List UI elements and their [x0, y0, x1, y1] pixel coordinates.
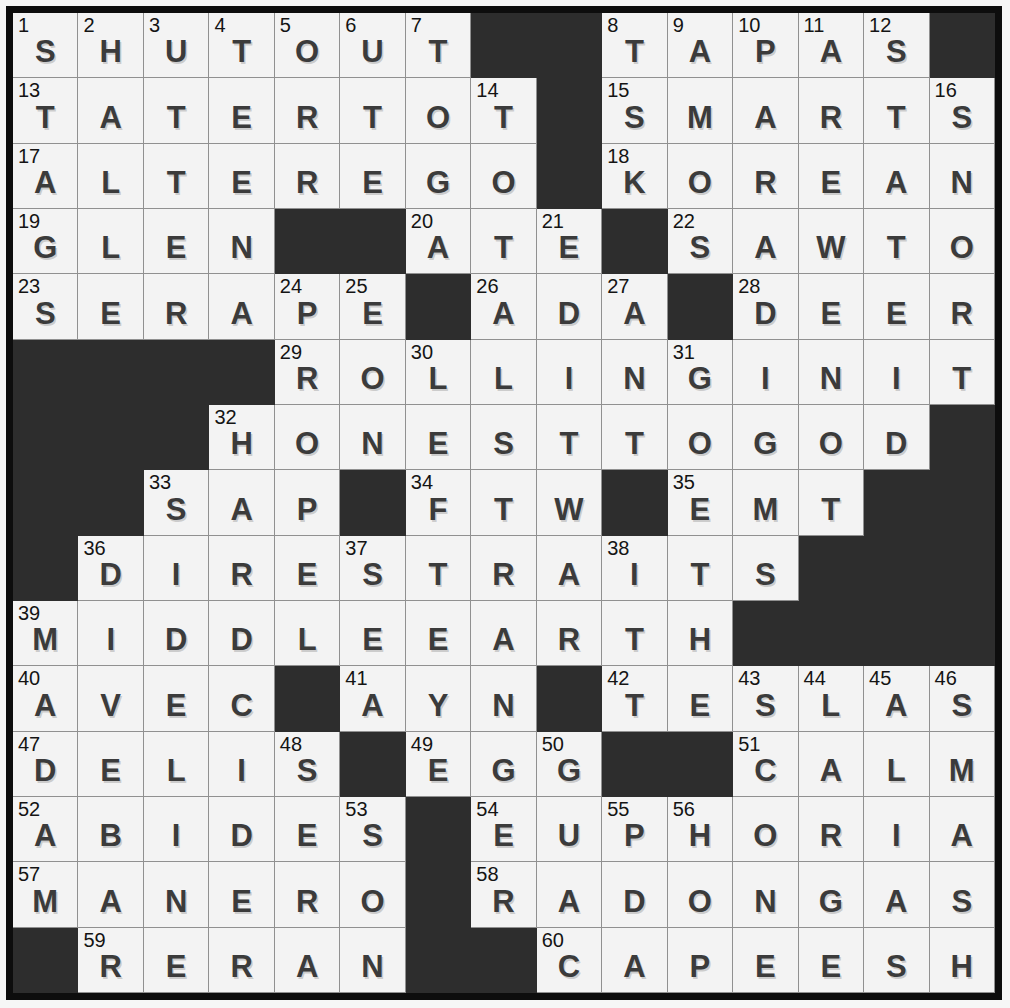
letter-cell[interactable]: E: [340, 144, 405, 209]
cell-letter: B: [78, 820, 142, 851]
letter-cell[interactable]: 28D: [733, 274, 798, 339]
cell-letter: T: [144, 102, 208, 133]
cell-letter: D: [537, 298, 601, 329]
letter-cell[interactable]: 43S: [733, 666, 798, 731]
black-cell: [537, 144, 602, 209]
cell-letter: I: [602, 559, 666, 590]
letter-cell[interactable]: A: [78, 862, 143, 927]
letter-cell[interactable]: R: [799, 78, 864, 143]
letter-cell[interactable]: L: [864, 732, 929, 797]
letter-cell[interactable]: 34F: [406, 470, 471, 535]
letter-cell[interactable]: R: [275, 862, 340, 927]
clue-number: 28: [738, 275, 760, 298]
letter-cell[interactable]: B: [78, 797, 143, 862]
letter-cell[interactable]: M: [930, 732, 995, 797]
letter-cell[interactable]: L: [275, 601, 340, 666]
letter-cell[interactable]: H: [930, 928, 995, 993]
letter-cell[interactable]: N: [799, 340, 864, 405]
letter-cell[interactable]: L: [78, 144, 143, 209]
letter-cell[interactable]: 58R: [471, 862, 536, 927]
letter-cell[interactable]: O: [406, 78, 471, 143]
letter-cell[interactable]: V: [78, 666, 143, 731]
clue-number: 2: [83, 14, 94, 37]
cell-letter: E: [668, 690, 732, 721]
letter-cell[interactable]: M: [668, 78, 733, 143]
letter-cell[interactable]: E: [209, 144, 274, 209]
letter-cell[interactable]: D: [209, 601, 274, 666]
clue-number: 8: [607, 14, 618, 37]
cell-letter: L: [78, 232, 142, 263]
cell-letter: N: [799, 363, 863, 394]
letter-cell[interactable]: 36D: [78, 536, 143, 601]
cell-letter: I: [144, 820, 208, 851]
black-cell: [930, 405, 995, 470]
letter-cell[interactable]: 23S: [13, 274, 78, 339]
cell-letter: P: [602, 820, 666, 851]
letter-cell[interactable]: 2H: [78, 13, 143, 78]
letter-cell[interactable]: T: [471, 209, 536, 274]
letter-cell[interactable]: W: [799, 209, 864, 274]
black-cell: [13, 340, 78, 405]
letter-cell[interactable]: 56H: [668, 797, 733, 862]
letter-cell[interactable]: T: [340, 78, 405, 143]
letter-cell[interactable]: N: [340, 405, 405, 470]
cell-letter: P: [733, 36, 797, 67]
letter-cell[interactable]: 53S: [340, 797, 405, 862]
letter-cell[interactable]: L: [144, 732, 209, 797]
cell-letter: T: [471, 494, 535, 525]
letter-cell[interactable]: D: [537, 274, 602, 339]
cell-letter: N: [340, 951, 404, 982]
cell-letter: G: [406, 167, 470, 198]
cell-letter: N: [930, 167, 994, 198]
cell-letter: S: [340, 559, 404, 590]
letter-cell[interactable]: 7T: [406, 13, 471, 78]
letter-cell[interactable]: R: [733, 144, 798, 209]
black-cell: [799, 536, 864, 601]
black-cell: [406, 274, 471, 339]
cell-letter: E: [78, 298, 142, 329]
cell-letter: O: [275, 36, 339, 67]
cell-letter: A: [78, 886, 142, 917]
letter-cell[interactable]: 47D: [13, 732, 78, 797]
letter-cell[interactable]: 18K: [602, 144, 667, 209]
letter-cell[interactable]: O: [275, 405, 340, 470]
letter-cell[interactable]: A: [209, 470, 274, 535]
letter-cell[interactable]: 57M: [13, 862, 78, 927]
cell-letter: R: [78, 951, 142, 982]
letter-cell[interactable]: P: [668, 928, 733, 993]
letter-cell[interactable]: A: [78, 78, 143, 143]
letter-cell[interactable]: T: [864, 209, 929, 274]
letter-cell[interactable]: N: [733, 862, 798, 927]
letter-cell[interactable]: E: [733, 928, 798, 993]
letter-cell[interactable]: 39M: [13, 601, 78, 666]
letter-cell[interactable]: 49E: [406, 732, 471, 797]
black-cell: [406, 797, 471, 862]
letter-cell[interactable]: P: [275, 470, 340, 535]
letter-cell[interactable]: O: [799, 405, 864, 470]
letter-cell[interactable]: E: [668, 666, 733, 731]
cell-letter: V: [78, 690, 142, 721]
letter-cell[interactable]: 21E: [537, 209, 602, 274]
letter-cell[interactable]: E: [144, 666, 209, 731]
letter-cell[interactable]: I: [209, 732, 274, 797]
letter-cell[interactable]: 41A: [340, 666, 405, 731]
letter-cell[interactable]: 11A: [799, 13, 864, 78]
letter-cell[interactable]: A: [537, 536, 602, 601]
cell-letter: S: [340, 820, 404, 851]
letter-cell[interactable]: T: [602, 601, 667, 666]
letter-cell[interactable]: 17A: [13, 144, 78, 209]
black-cell: [471, 928, 536, 993]
cell-letter: S: [864, 951, 928, 982]
black-cell: [340, 732, 405, 797]
cell-letter: W: [537, 494, 601, 525]
black-cell: [733, 601, 798, 666]
black-cell: [537, 78, 602, 143]
letter-cell[interactable]: N: [471, 666, 536, 731]
letter-cell[interactable]: 9A: [668, 13, 733, 78]
letter-cell[interactable]: O: [668, 144, 733, 209]
letter-cell[interactable]: R: [471, 536, 536, 601]
clue-number: 16: [935, 79, 957, 102]
letter-cell[interactable]: I: [144, 536, 209, 601]
cell-letter: E: [340, 298, 404, 329]
black-cell: [406, 862, 471, 927]
letter-cell[interactable]: S: [733, 536, 798, 601]
letter-cell[interactable]: S: [864, 928, 929, 993]
letter-cell[interactable]: 31G: [668, 340, 733, 405]
letter-cell[interactable]: 59R: [78, 928, 143, 993]
black-cell: [668, 732, 733, 797]
cell-letter: U: [537, 820, 601, 851]
letter-cell[interactable]: E: [144, 928, 209, 993]
letter-cell[interactable]: T: [406, 536, 471, 601]
letter-cell[interactable]: N: [209, 209, 274, 274]
letter-cell[interactable]: E: [144, 209, 209, 274]
cell-letter: A: [471, 624, 535, 655]
cell-letter: E: [340, 624, 404, 655]
letter-cell[interactable]: T: [471, 470, 536, 535]
cell-letter: H: [668, 624, 732, 655]
letter-cell[interactable]: 44L: [799, 666, 864, 731]
black-cell: [602, 209, 667, 274]
letter-cell[interactable]: 5O: [275, 13, 340, 78]
letter-cell[interactable]: R: [144, 274, 209, 339]
letter-cell[interactable]: L: [471, 340, 536, 405]
black-cell: [930, 470, 995, 535]
letter-cell[interactable]: G: [471, 732, 536, 797]
cell-letter: E: [799, 167, 863, 198]
letter-cell[interactable]: 1S: [13, 13, 78, 78]
cell-letter: N: [471, 690, 535, 721]
black-cell: [144, 405, 209, 470]
letter-cell[interactable]: E: [275, 536, 340, 601]
letter-cell[interactable]: R: [209, 536, 274, 601]
letter-cell[interactable]: I: [864, 340, 929, 405]
letter-cell[interactable]: E: [78, 274, 143, 339]
letter-cell[interactable]: E: [799, 144, 864, 209]
cell-letter: S: [668, 232, 732, 263]
cell-letter: H: [209, 428, 273, 459]
letter-cell[interactable]: T: [144, 144, 209, 209]
clue-number: 3: [149, 14, 160, 37]
letter-cell[interactable]: 3U: [144, 13, 209, 78]
black-cell: [275, 209, 340, 274]
letter-cell[interactable]: A: [930, 797, 995, 862]
letter-cell[interactable]: A: [537, 862, 602, 927]
cell-letter: S: [733, 690, 797, 721]
letter-cell[interactable]: 12S: [864, 13, 929, 78]
black-cell: [602, 470, 667, 535]
letter-cell[interactable]: E: [864, 274, 929, 339]
cell-letter: A: [471, 298, 535, 329]
letter-cell[interactable]: 30L: [406, 340, 471, 405]
letter-cell[interactable]: 46S: [930, 666, 995, 731]
cell-letter: A: [537, 559, 601, 590]
letter-cell[interactable]: 50G: [537, 732, 602, 797]
cell-letter: E: [471, 820, 535, 851]
clue-number: 57: [18, 863, 40, 886]
letter-cell[interactable]: 20A: [406, 209, 471, 274]
cell-letter: G: [668, 363, 732, 394]
letter-cell[interactable]: O: [340, 340, 405, 405]
letter-cell[interactable]: E: [275, 797, 340, 862]
cell-letter: H: [668, 820, 732, 851]
letter-cell[interactable]: A: [733, 209, 798, 274]
letter-cell[interactable]: 40A: [13, 666, 78, 731]
cell-letter: T: [799, 494, 863, 525]
letter-cell[interactable]: 10P: [733, 13, 798, 78]
letter-cell[interactable]: 33S: [144, 470, 209, 535]
cell-letter: E: [209, 167, 273, 198]
cell-letter: N: [209, 232, 273, 263]
cell-letter: A: [733, 102, 797, 133]
cell-letter: T: [602, 624, 666, 655]
letter-cell[interactable]: 4T: [209, 13, 274, 78]
cell-letter: G: [733, 428, 797, 459]
letter-cell[interactable]: E: [340, 601, 405, 666]
letter-cell[interactable]: 55P: [602, 797, 667, 862]
letter-cell[interactable]: A: [209, 274, 274, 339]
black-cell: [602, 732, 667, 797]
clue-number: 4: [214, 14, 225, 37]
letter-cell[interactable]: 35E: [668, 470, 733, 535]
letter-cell[interactable]: I: [78, 601, 143, 666]
clue-number: 15: [607, 79, 629, 102]
letter-cell[interactable]: N: [144, 862, 209, 927]
letter-cell[interactable]: I: [733, 340, 798, 405]
cell-letter: E: [78, 755, 142, 786]
letter-cell[interactable]: O: [340, 862, 405, 927]
letter-cell[interactable]: G: [799, 862, 864, 927]
cell-letter: A: [864, 167, 928, 198]
letter-cell[interactable]: 42T: [602, 666, 667, 731]
letter-cell[interactable]: 26A: [471, 274, 536, 339]
letter-cell[interactable]: 27A: [602, 274, 667, 339]
cell-letter: N: [733, 886, 797, 917]
letter-cell[interactable]: 25E: [340, 274, 405, 339]
cell-letter: I: [78, 624, 142, 655]
cell-letter: R: [275, 886, 339, 917]
letter-cell[interactable]: D: [144, 601, 209, 666]
letter-cell[interactable]: A: [275, 928, 340, 993]
cell-letter: E: [537, 232, 601, 263]
cell-letter: E: [733, 951, 797, 982]
letter-cell[interactable]: A: [602, 928, 667, 993]
clue-number: 27: [607, 275, 629, 298]
cell-letter: G: [799, 886, 863, 917]
cell-letter: G: [13, 232, 77, 263]
letter-cell[interactable]: M: [733, 470, 798, 535]
clue-number: 5: [280, 14, 291, 37]
letter-cell[interactable]: R: [275, 78, 340, 143]
cell-letter: O: [340, 363, 404, 394]
cell-letter: T: [13, 102, 77, 133]
letter-cell[interactable]: R: [930, 274, 995, 339]
letter-cell[interactable]: I: [864, 797, 929, 862]
clue-number: 25: [345, 275, 367, 298]
cell-letter: R: [275, 102, 339, 133]
letter-cell[interactable]: G: [733, 405, 798, 470]
letter-cell[interactable]: T: [668, 536, 733, 601]
letter-cell[interactable]: T: [602, 405, 667, 470]
letter-cell[interactable]: R: [537, 601, 602, 666]
letter-cell[interactable]: 16S: [930, 78, 995, 143]
cell-letter: H: [78, 36, 142, 67]
letter-cell[interactable]: E: [78, 732, 143, 797]
letter-cell[interactable]: R: [209, 928, 274, 993]
cell-letter: S: [930, 886, 994, 917]
letter-cell[interactable]: T: [930, 340, 995, 405]
letter-cell[interactable]: 6U: [340, 13, 405, 78]
cell-letter: A: [864, 690, 928, 721]
letter-cell[interactable]: A: [864, 144, 929, 209]
clue-number: 34: [411, 471, 433, 494]
letter-cell[interactable]: E: [799, 928, 864, 993]
letter-cell[interactable]: O: [668, 405, 733, 470]
letter-cell[interactable]: Y: [406, 666, 471, 731]
letter-cell[interactable]: S: [471, 405, 536, 470]
letter-cell[interactable]: T: [799, 470, 864, 535]
letter-cell[interactable]: T: [537, 405, 602, 470]
cell-letter: E: [144, 690, 208, 721]
cell-letter: A: [733, 232, 797, 263]
letter-cell[interactable]: 37S: [340, 536, 405, 601]
letter-cell[interactable]: 24P: [275, 274, 340, 339]
letter-cell[interactable]: E: [209, 862, 274, 927]
letter-cell[interactable]: E: [406, 405, 471, 470]
letter-cell[interactable]: A: [471, 601, 536, 666]
letter-cell[interactable]: I: [144, 797, 209, 862]
letter-cell[interactable]: 19G: [13, 209, 78, 274]
letter-cell[interactable]: 54E: [471, 797, 536, 862]
letter-cell[interactable]: O: [930, 209, 995, 274]
cell-letter: D: [209, 624, 273, 655]
cell-letter: A: [209, 298, 273, 329]
letter-cell[interactable]: O: [471, 144, 536, 209]
letter-cell[interactable]: O: [668, 862, 733, 927]
clue-number: 24: [280, 275, 302, 298]
letter-cell[interactable]: 51C: [733, 732, 798, 797]
letter-cell[interactable]: R: [275, 144, 340, 209]
letter-cell[interactable]: D: [602, 862, 667, 927]
letter-cell[interactable]: S: [930, 862, 995, 927]
letter-cell[interactable]: E: [406, 601, 471, 666]
cell-letter: O: [930, 232, 994, 263]
cell-letter: P: [668, 951, 732, 982]
black-cell: [275, 666, 340, 731]
cell-letter: A: [406, 232, 470, 263]
cell-letter: H: [930, 951, 994, 982]
letter-cell[interactable]: R: [799, 797, 864, 862]
letter-cell[interactable]: C: [209, 666, 274, 731]
clue-number: 41: [345, 667, 367, 690]
cell-letter: M: [13, 624, 77, 655]
cell-letter: D: [864, 428, 928, 459]
cell-letter: A: [275, 951, 339, 982]
clue-number: 23: [18, 275, 40, 298]
letter-cell[interactable]: T: [144, 78, 209, 143]
letter-cell[interactable]: E: [209, 78, 274, 143]
letter-cell[interactable]: T: [864, 78, 929, 143]
letter-cell[interactable]: H: [668, 601, 733, 666]
letter-cell[interactable]: 14T: [471, 78, 536, 143]
letter-cell[interactable]: A: [864, 862, 929, 927]
black-cell: [930, 536, 995, 601]
black-cell: [13, 470, 78, 535]
letter-cell[interactable]: G: [406, 144, 471, 209]
cell-letter: A: [930, 820, 994, 851]
letter-cell[interactable]: 13T: [13, 78, 78, 143]
letter-cell[interactable]: 52A: [13, 797, 78, 862]
letter-cell[interactable]: N: [930, 144, 995, 209]
cell-letter: R: [799, 102, 863, 133]
letter-cell[interactable]: W: [537, 470, 602, 535]
cell-letter: T: [537, 428, 601, 459]
black-cell: [537, 666, 602, 731]
letter-cell[interactable]: N: [602, 340, 667, 405]
letter-cell[interactable]: I: [537, 340, 602, 405]
letter-cell[interactable]: 8T: [602, 13, 667, 78]
letter-cell[interactable]: L: [78, 209, 143, 274]
letter-cell[interactable]: E: [799, 274, 864, 339]
letter-cell[interactable]: 48S: [275, 732, 340, 797]
letter-cell[interactable]: U: [537, 797, 602, 862]
letter-cell[interactable]: A: [799, 732, 864, 797]
letter-cell[interactable]: 45A: [864, 666, 929, 731]
letter-cell[interactable]: A: [733, 78, 798, 143]
clue-number: 45: [869, 667, 891, 690]
cell-letter: T: [471, 102, 535, 133]
letter-cell[interactable]: 22S: [668, 209, 733, 274]
cell-letter: C: [537, 951, 601, 982]
letter-cell[interactable]: 32H: [209, 405, 274, 470]
cell-letter: R: [209, 951, 273, 982]
letter-cell[interactable]: 15S: [602, 78, 667, 143]
letter-cell[interactable]: 38I: [602, 536, 667, 601]
black-cell: [340, 209, 405, 274]
letter-cell[interactable]: O: [733, 797, 798, 862]
cell-letter: E: [275, 559, 339, 590]
letter-cell[interactable]: 60C: [537, 928, 602, 993]
letter-cell[interactable]: 29R: [275, 340, 340, 405]
letter-cell[interactable]: D: [209, 797, 274, 862]
black-cell: [471, 13, 536, 78]
letter-cell[interactable]: D: [864, 405, 929, 470]
letter-cell[interactable]: N: [340, 928, 405, 993]
